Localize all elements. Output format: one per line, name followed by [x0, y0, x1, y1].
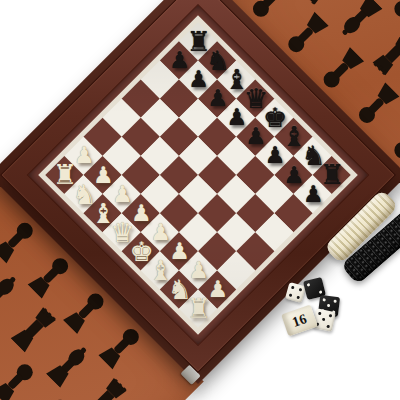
die-pip — [297, 296, 301, 300]
die-pip — [326, 325, 330, 329]
die-pip — [327, 304, 330, 307]
black-pawn[interactable]: ♟ — [169, 48, 190, 71]
die-pip — [318, 312, 322, 316]
piece-cutout-rook — [78, 373, 132, 400]
white-rook[interactable]: ♜ — [187, 294, 211, 321]
white-die-4[interactable] — [285, 282, 306, 303]
black-pawn[interactable]: ♟ — [265, 144, 286, 167]
die-pip — [319, 290, 323, 294]
game-set-photo: ♜♞♝♛♚♝♞♜♟♟♟♟♟♟♟♟♟♟♟♟♟♟♟♟♜♞♝♛♚♝♞♜ 16 — [0, 0, 400, 400]
die-pip — [323, 298, 326, 301]
die-pip — [322, 318, 326, 322]
black-pawn[interactable]: ♟ — [303, 182, 324, 205]
black-pawn[interactable]: ♟ — [246, 125, 267, 148]
black-pawn[interactable]: ♟ — [227, 106, 248, 129]
black-pawn[interactable]: ♟ — [188, 67, 209, 90]
die-pip — [333, 300, 336, 303]
doubling-cube-value: 16 — [290, 311, 308, 331]
doubling-cube[interactable]: 16 — [281, 305, 318, 337]
black-pawn[interactable]: ♟ — [284, 163, 305, 186]
black-rook[interactable]: ♜ — [320, 161, 344, 188]
black-pawn[interactable]: ♟ — [207, 86, 228, 109]
die-pip — [329, 314, 333, 318]
